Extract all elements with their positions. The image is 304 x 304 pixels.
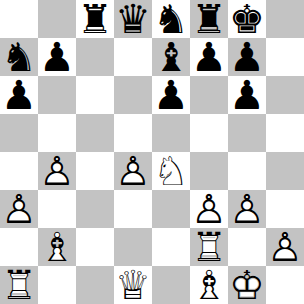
black-king-icon: ♚ (228, 0, 266, 38)
white-pawn-icon: ♙ (0, 190, 38, 228)
white-queen-icon: ♕ (114, 266, 152, 304)
black-queen-icon: ♛ (114, 0, 152, 38)
square-h1[interactable] (266, 266, 304, 304)
black-pawn-icon: ♟ (228, 76, 266, 114)
black-rook-icon: ♜ (190, 0, 228, 38)
square-c8[interactable]: ♜ (76, 0, 114, 38)
square-h4[interactable] (266, 152, 304, 190)
square-h6[interactable] (266, 76, 304, 114)
square-h8[interactable] (266, 0, 304, 38)
white-pawn-icon: ♙ (266, 228, 304, 266)
white-rook-icon: ♖ (0, 266, 38, 304)
square-d1[interactable]: ♕ (114, 266, 152, 304)
square-h3[interactable] (266, 190, 304, 228)
square-g3[interactable]: ♙ (228, 190, 266, 228)
white-knight-icon: ♘ (152, 152, 190, 190)
square-b8[interactable] (38, 0, 76, 38)
square-f1[interactable]: ♗ (190, 266, 228, 304)
square-g7[interactable]: ♟ (228, 38, 266, 76)
square-g1[interactable]: ♔ (228, 266, 266, 304)
square-a7[interactable]: ♞ (0, 38, 38, 76)
square-f8[interactable]: ♜ (190, 0, 228, 38)
square-b3[interactable] (38, 190, 76, 228)
square-e1[interactable] (152, 266, 190, 304)
black-pawn-icon: ♟ (190, 38, 228, 76)
square-e6[interactable]: ♟ (152, 76, 190, 114)
square-f7[interactable]: ♟ (190, 38, 228, 76)
square-d8[interactable]: ♛ (114, 0, 152, 38)
square-c5[interactable] (76, 114, 114, 152)
white-rook-icon: ♖ (190, 228, 228, 266)
square-a8[interactable] (0, 0, 38, 38)
square-e8[interactable]: ♞ (152, 0, 190, 38)
white-pawn-icon: ♙ (114, 152, 152, 190)
square-g8[interactable]: ♚ (228, 0, 266, 38)
square-a2[interactable] (0, 228, 38, 266)
black-knight-icon: ♞ (0, 38, 38, 76)
square-h2[interactable]: ♙ (266, 228, 304, 266)
square-h5[interactable] (266, 114, 304, 152)
square-a3[interactable]: ♙ (0, 190, 38, 228)
square-b5[interactable] (38, 114, 76, 152)
square-d5[interactable] (114, 114, 152, 152)
square-c3[interactable] (76, 190, 114, 228)
black-knight-icon: ♞ (152, 0, 190, 38)
white-pawn-icon: ♙ (228, 190, 266, 228)
square-f4[interactable] (190, 152, 228, 190)
square-b2[interactable]: ♗ (38, 228, 76, 266)
black-pawn-icon: ♟ (152, 76, 190, 114)
square-b6[interactable] (38, 76, 76, 114)
square-e3[interactable] (152, 190, 190, 228)
square-a1[interactable]: ♖ (0, 266, 38, 304)
black-pawn-icon: ♟ (38, 38, 76, 76)
square-e2[interactable] (152, 228, 190, 266)
black-rook-icon: ♜ (76, 0, 114, 38)
square-d3[interactable] (114, 190, 152, 228)
square-a5[interactable] (0, 114, 38, 152)
square-f5[interactable] (190, 114, 228, 152)
square-c6[interactable] (76, 76, 114, 114)
black-pawn-icon: ♟ (0, 76, 38, 114)
black-bishop-icon: ♝ (152, 38, 190, 76)
square-b4[interactable]: ♙ (38, 152, 76, 190)
white-king-icon: ♔ (228, 266, 266, 304)
square-c1[interactable] (76, 266, 114, 304)
square-h7[interactable] (266, 38, 304, 76)
black-pawn-icon: ♟ (228, 38, 266, 76)
square-g4[interactable] (228, 152, 266, 190)
square-d7[interactable] (114, 38, 152, 76)
square-g6[interactable]: ♟ (228, 76, 266, 114)
square-f3[interactable]: ♙ (190, 190, 228, 228)
square-a4[interactable] (0, 152, 38, 190)
square-e4[interactable]: ♘ (152, 152, 190, 190)
square-d2[interactable] (114, 228, 152, 266)
square-d6[interactable] (114, 76, 152, 114)
square-c2[interactable] (76, 228, 114, 266)
square-b7[interactable]: ♟ (38, 38, 76, 76)
white-pawn-icon: ♙ (38, 152, 76, 190)
square-g5[interactable] (228, 114, 266, 152)
square-c7[interactable] (76, 38, 114, 76)
white-bishop-icon: ♗ (38, 228, 76, 266)
square-f2[interactable]: ♖ (190, 228, 228, 266)
white-bishop-icon: ♗ (190, 266, 228, 304)
square-e7[interactable]: ♝ (152, 38, 190, 76)
white-pawn-icon: ♙ (190, 190, 228, 228)
square-b1[interactable] (38, 266, 76, 304)
chess-board: ♜♛♞♜♚♞♟♝♟♟♟♟♟♙♙♘♙♙♙♗♖♙♖♕♗♔ (0, 0, 304, 304)
square-f6[interactable] (190, 76, 228, 114)
square-g2[interactable] (228, 228, 266, 266)
square-c4[interactable] (76, 152, 114, 190)
square-a6[interactable]: ♟ (0, 76, 38, 114)
square-d4[interactable]: ♙ (114, 152, 152, 190)
square-e5[interactable] (152, 114, 190, 152)
